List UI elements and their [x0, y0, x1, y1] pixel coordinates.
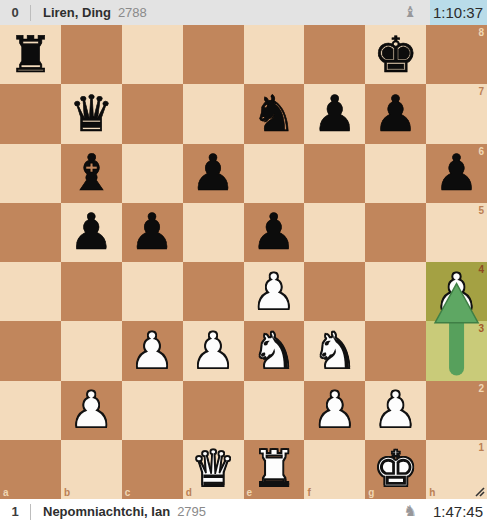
square-e8[interactable] [244, 25, 305, 84]
white-pawn-f2[interactable]: ♟ [304, 381, 365, 440]
square-f5[interactable] [304, 203, 365, 262]
square-h3[interactable]: 3 [426, 321, 487, 380]
top-player-bar: 0 Liren, Ding 2788 ♝ 1:10:37 [0, 0, 487, 25]
square-h6[interactable]: 6♟ [426, 144, 487, 203]
square-g4[interactable] [365, 262, 426, 321]
square-d1[interactable]: d♛ [183, 440, 244, 499]
square-f2[interactable]: ♟ [304, 381, 365, 440]
white-pawn-d3[interactable]: ♟ [183, 321, 244, 380]
bottom-player-rating: 2795 [177, 504, 206, 519]
bishop-icon: ♝ [404, 0, 417, 25]
black-pawn-f7[interactable]: ♟ [304, 84, 365, 143]
square-g3[interactable] [365, 321, 426, 380]
white-pawn-g2[interactable]: ♟ [365, 381, 426, 440]
bottom-player-clock: 1:47:45 [430, 499, 487, 524]
square-a8[interactable]: ♜ [0, 25, 61, 84]
white-pawn-e4[interactable]: ♟ [244, 262, 305, 321]
square-b7[interactable]: ♛ [61, 84, 122, 143]
chess-board[interactable]: ♜♚8♛♞♟♟7♝♟6♟♟♟♟5♟4♟♟♟♞♞3♟♟♟2abcd♛e♜fg♚1h [0, 25, 487, 499]
rank-label-4: 4 [478, 264, 484, 275]
square-a1[interactable]: a [0, 440, 61, 499]
top-player-clock: 1:10:37 [430, 0, 487, 25]
square-c5[interactable]: ♟ [122, 203, 183, 262]
square-f1[interactable]: f [304, 440, 365, 499]
square-b5[interactable]: ♟ [61, 203, 122, 262]
square-b2[interactable]: ♟ [61, 381, 122, 440]
square-h2[interactable]: 2 [426, 381, 487, 440]
square-b4[interactable] [61, 262, 122, 321]
square-c3[interactable]: ♟ [122, 321, 183, 380]
square-h8[interactable]: 8 [426, 25, 487, 84]
square-e1[interactable]: e♜ [244, 440, 305, 499]
file-label-g: g [368, 487, 374, 498]
square-c6[interactable] [122, 144, 183, 203]
black-rook-a8[interactable]: ♜ [0, 25, 61, 84]
file-label-c: c [125, 487, 131, 498]
square-h5[interactable]: 5 [426, 203, 487, 262]
square-e3[interactable]: ♞ [244, 321, 305, 380]
white-pawn-b2[interactable]: ♟ [61, 381, 122, 440]
white-knight-f3[interactable]: ♞ [304, 321, 365, 380]
square-d4[interactable] [183, 262, 244, 321]
black-pawn-e5[interactable]: ♟ [244, 203, 305, 262]
white-knight-e3[interactable]: ♞ [244, 321, 305, 380]
square-g8[interactable]: ♚ [365, 25, 426, 84]
white-rook-e1[interactable]: ♜ [244, 440, 305, 499]
square-b3[interactable] [61, 321, 122, 380]
square-f6[interactable] [304, 144, 365, 203]
black-bishop-b6[interactable]: ♝ [61, 144, 122, 203]
square-c2[interactable] [122, 381, 183, 440]
bar-separator [30, 504, 31, 520]
square-g7[interactable]: ♟ [365, 84, 426, 143]
knight-icon: ♞ [404, 499, 417, 524]
square-f7[interactable]: ♟ [304, 84, 365, 143]
square-a3[interactable] [0, 321, 61, 380]
square-e7[interactable]: ♞ [244, 84, 305, 143]
rank-label-8: 8 [478, 27, 484, 38]
square-d5[interactable] [183, 203, 244, 262]
square-h7[interactable]: 7 [426, 84, 487, 143]
square-g1[interactable]: g♚ [365, 440, 426, 499]
square-d8[interactable] [183, 25, 244, 84]
square-c7[interactable] [122, 84, 183, 143]
black-king-g8[interactable]: ♚ [365, 25, 426, 84]
square-f4[interactable] [304, 262, 365, 321]
square-b8[interactable] [61, 25, 122, 84]
square-c1[interactable]: c [122, 440, 183, 499]
bottom-player-number: 1 [0, 504, 30, 519]
rank-label-2: 2 [478, 383, 484, 394]
black-pawn-d6[interactable]: ♟ [183, 144, 244, 203]
black-pawn-g7[interactable]: ♟ [365, 84, 426, 143]
square-d2[interactable] [183, 381, 244, 440]
square-d6[interactable]: ♟ [183, 144, 244, 203]
square-a6[interactable] [0, 144, 61, 203]
black-pawn-c5[interactable]: ♟ [122, 203, 183, 262]
bar-separator [30, 5, 31, 21]
rank-label-1: 1 [478, 442, 484, 453]
square-f3[interactable]: ♞ [304, 321, 365, 380]
square-e2[interactable] [244, 381, 305, 440]
square-a7[interactable] [0, 84, 61, 143]
square-e4[interactable]: ♟ [244, 262, 305, 321]
black-queen-b7[interactable]: ♛ [61, 84, 122, 143]
square-a4[interactable] [0, 262, 61, 321]
white-king-g1[interactable]: ♚ [365, 440, 426, 499]
square-e6[interactable] [244, 144, 305, 203]
file-label-a: a [3, 487, 9, 498]
square-b1[interactable]: b [61, 440, 122, 499]
file-label-b: b [64, 487, 70, 498]
square-b6[interactable]: ♝ [61, 144, 122, 203]
bottom-player-name: Nepomniachtchi, Ian [43, 504, 170, 519]
square-h4[interactable]: 4♟ [426, 262, 487, 321]
black-pawn-b5[interactable]: ♟ [61, 203, 122, 262]
square-g5[interactable] [365, 203, 426, 262]
file-label-h: h [429, 487, 435, 498]
square-e5[interactable]: ♟ [244, 203, 305, 262]
square-c8[interactable] [122, 25, 183, 84]
square-d3[interactable]: ♟ [183, 321, 244, 380]
black-knight-e7[interactable]: ♞ [244, 84, 305, 143]
top-player-rating: 2788 [118, 5, 147, 20]
live-game-window: 0 Liren, Ding 2788 ♝ 1:10:37 ♜♚8♛♞♟♟7♝♟6… [0, 0, 487, 524]
file-label-d: d [186, 487, 192, 498]
file-label-f: f [307, 487, 310, 498]
rank-label-5: 5 [478, 205, 484, 216]
square-f8[interactable] [304, 25, 365, 84]
top-player-number: 0 [0, 5, 30, 20]
file-label-e: e [247, 487, 253, 498]
resize-handle-icon[interactable] [475, 487, 485, 497]
square-a5[interactable] [0, 203, 61, 262]
square-c4[interactable] [122, 262, 183, 321]
square-g6[interactable] [365, 144, 426, 203]
rank-label-3: 3 [478, 323, 484, 334]
bottom-player-bar: 1 Nepomniachtchi, Ian 2795 ♞ 1:47:45 [0, 499, 487, 524]
white-queen-d1[interactable]: ♛ [183, 440, 244, 499]
square-d7[interactable] [183, 84, 244, 143]
top-player-name: Liren, Ding [43, 5, 111, 20]
square-g2[interactable]: ♟ [365, 381, 426, 440]
rank-label-6: 6 [478, 146, 484, 157]
rank-label-7: 7 [478, 86, 484, 97]
square-a2[interactable] [0, 381, 61, 440]
white-pawn-c3[interactable]: ♟ [122, 321, 183, 380]
